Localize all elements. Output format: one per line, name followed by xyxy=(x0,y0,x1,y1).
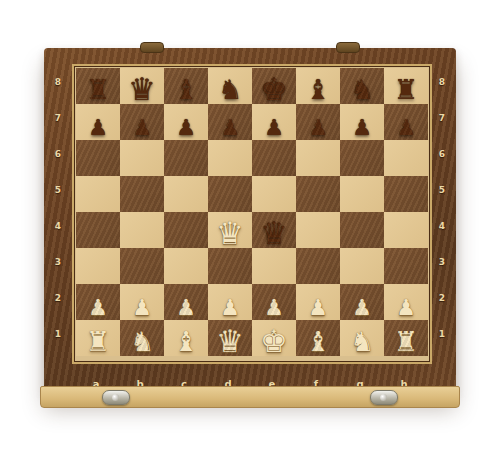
square-e5 xyxy=(252,176,296,212)
square-d5 xyxy=(208,176,252,212)
piece-white-queen: ♛ xyxy=(208,216,252,250)
rank-label-left-6: 6 xyxy=(51,149,65,159)
square-c3 xyxy=(164,248,208,284)
piece-black-pawn: ♟ xyxy=(296,114,340,142)
square-d7: ♟ xyxy=(208,104,252,140)
square-e2: ♟ xyxy=(252,284,296,320)
piece-black-pawn: ♟ xyxy=(252,114,296,142)
square-h1: ♜ xyxy=(384,320,428,356)
piece-white-pawn: ♟ xyxy=(164,294,208,322)
square-f8: ♝ xyxy=(296,68,340,104)
piece-white-rook: ♜ xyxy=(384,326,428,358)
square-b7: ♟ xyxy=(120,104,164,140)
piece-black-pawn: ♟ xyxy=(76,114,120,142)
square-d2: ♟ xyxy=(208,284,252,320)
piece-white-knight: ♞ xyxy=(120,326,164,358)
square-b6 xyxy=(120,140,164,176)
square-a8: ♜ xyxy=(76,68,120,104)
square-f4 xyxy=(296,212,340,248)
square-h2: ♟ xyxy=(384,284,428,320)
piece-black-pawn: ♟ xyxy=(120,114,164,142)
square-a4 xyxy=(76,212,120,248)
square-f2: ♟ xyxy=(296,284,340,320)
rank-label-right-7: 7 xyxy=(435,113,449,123)
square-e3 xyxy=(252,248,296,284)
playing-area-border: ♜♛♝♞♚♝♞♜♟♟♟♟♟♟♟♟♛♛♟♟♟♟♟♟♟♟♜♞♝♛♚♝♞♜ xyxy=(72,64,432,364)
square-g7: ♟ xyxy=(340,104,384,140)
piece-black-pawn: ♟ xyxy=(164,114,208,142)
square-d3 xyxy=(208,248,252,284)
square-c5 xyxy=(164,176,208,212)
piece-white-pawn: ♟ xyxy=(384,294,428,322)
square-g8: ♞ xyxy=(340,68,384,104)
piece-black-knight: ♞ xyxy=(208,74,252,106)
piece-white-pawn: ♟ xyxy=(340,294,384,322)
square-e1: ♚ xyxy=(252,320,296,356)
square-b2: ♟ xyxy=(120,284,164,320)
piece-white-bishop: ♝ xyxy=(164,326,208,358)
square-g5 xyxy=(340,176,384,212)
rank-label-right-8: 8 xyxy=(435,77,449,87)
piece-black-bishop: ♝ xyxy=(164,74,208,106)
square-a7: ♟ xyxy=(76,104,120,140)
square-h7: ♟ xyxy=(384,104,428,140)
piece-white-king: ♚ xyxy=(252,324,296,358)
square-a5 xyxy=(76,176,120,212)
square-g1: ♞ xyxy=(340,320,384,356)
square-e4: ♛ xyxy=(252,212,296,248)
piece-white-knight: ♞ xyxy=(340,326,384,358)
front-latch-left xyxy=(102,390,130,405)
rank-label-right-4: 4 xyxy=(435,221,449,231)
piece-white-pawn: ♟ xyxy=(252,294,296,322)
square-g2: ♟ xyxy=(340,284,384,320)
front-latch-right xyxy=(370,390,398,405)
square-b1: ♞ xyxy=(120,320,164,356)
square-c1: ♝ xyxy=(164,320,208,356)
square-a6 xyxy=(76,140,120,176)
piece-black-pawn: ♟ xyxy=(208,114,252,142)
square-c2: ♟ xyxy=(164,284,208,320)
square-h6 xyxy=(384,140,428,176)
square-h3 xyxy=(384,248,428,284)
chess-board-grid: ♜♛♝♞♚♝♞♜♟♟♟♟♟♟♟♟♛♛♟♟♟♟♟♟♟♟♜♞♝♛♚♝♞♜ xyxy=(76,68,428,356)
rear-hinge-left xyxy=(140,42,164,53)
square-d6 xyxy=(208,140,252,176)
square-e8: ♚ xyxy=(252,68,296,104)
square-c6 xyxy=(164,140,208,176)
rank-label-left-4: 4 xyxy=(51,221,65,231)
piece-white-pawn: ♟ xyxy=(296,294,340,322)
rank-label-left-7: 7 xyxy=(51,113,65,123)
rank-label-right-5: 5 xyxy=(435,185,449,195)
square-g6 xyxy=(340,140,384,176)
square-f1: ♝ xyxy=(296,320,340,356)
square-c4 xyxy=(164,212,208,248)
piece-black-rook: ♜ xyxy=(384,74,428,106)
square-f5 xyxy=(296,176,340,212)
piece-white-pawn: ♟ xyxy=(208,294,252,322)
piece-white-pawn: ♟ xyxy=(120,294,164,322)
square-h4 xyxy=(384,212,428,248)
rank-label-left-2: 2 xyxy=(51,293,65,303)
square-f3 xyxy=(296,248,340,284)
square-e6 xyxy=(252,140,296,176)
square-e7: ♟ xyxy=(252,104,296,140)
piece-black-queen: ♛ xyxy=(120,72,164,106)
piece-black-rook: ♜ xyxy=(76,74,120,106)
piece-black-bishop: ♝ xyxy=(296,74,340,106)
piece-white-rook: ♜ xyxy=(76,326,120,358)
square-d1: ♛ xyxy=(208,320,252,356)
square-a2: ♟ xyxy=(76,284,120,320)
square-a1: ♜ xyxy=(76,320,120,356)
rank-label-right-3: 3 xyxy=(435,257,449,267)
square-h8: ♜ xyxy=(384,68,428,104)
square-c8: ♝ xyxy=(164,68,208,104)
piece-white-pawn: ♟ xyxy=(76,294,120,322)
square-c7: ♟ xyxy=(164,104,208,140)
piece-black-pawn: ♟ xyxy=(340,114,384,142)
piece-white-queen: ♛ xyxy=(208,324,252,358)
square-a3 xyxy=(76,248,120,284)
piece-black-knight: ♞ xyxy=(340,74,384,106)
square-d8: ♞ xyxy=(208,68,252,104)
square-b5 xyxy=(120,176,164,212)
piece-black-king: ♚ xyxy=(252,72,296,106)
square-h5 xyxy=(384,176,428,212)
square-g4 xyxy=(340,212,384,248)
square-b4 xyxy=(120,212,164,248)
rank-label-left-1: 1 xyxy=(51,329,65,339)
product-photo-scene: ♜♛♝♞♚♝♞♜♟♟♟♟♟♟♟♟♛♛♟♟♟♟♟♟♟♟♜♞♝♛♚♝♞♜ 87654… xyxy=(0,0,500,454)
square-b8: ♛ xyxy=(120,68,164,104)
square-f7: ♟ xyxy=(296,104,340,140)
piece-black-pawn: ♟ xyxy=(384,114,428,142)
square-b3 xyxy=(120,248,164,284)
chess-board-frame: ♜♛♝♞♚♝♞♜♟♟♟♟♟♟♟♟♛♛♟♟♟♟♟♟♟♟♜♞♝♛♚♝♞♜ 87654… xyxy=(44,48,456,394)
rank-label-left-8: 8 xyxy=(51,77,65,87)
rank-label-right-2: 2 xyxy=(435,293,449,303)
piece-black-queen: ♛ xyxy=(252,216,296,250)
square-g3 xyxy=(340,248,384,284)
rank-label-right-1: 1 xyxy=(435,329,449,339)
rank-label-right-6: 6 xyxy=(435,149,449,159)
rank-label-left-3: 3 xyxy=(51,257,65,267)
rank-label-left-5: 5 xyxy=(51,185,65,195)
rear-hinge-right xyxy=(336,42,360,53)
square-d4: ♛ xyxy=(208,212,252,248)
piece-white-bishop: ♝ xyxy=(296,326,340,358)
square-f6 xyxy=(296,140,340,176)
